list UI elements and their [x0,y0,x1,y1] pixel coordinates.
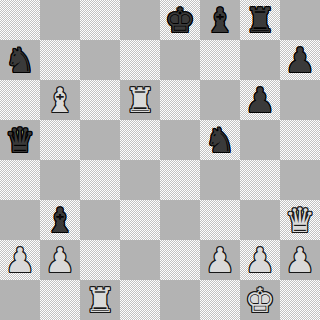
square-g1[interactable]: ♚ [240,280,280,320]
square-d5[interactable] [120,120,160,160]
square-g6[interactable]: ♟ [240,80,280,120]
square-a5[interactable]: ♛ [0,120,40,160]
square-f2[interactable]: ♟ [200,240,240,280]
square-a8[interactable] [0,0,40,40]
piece-white-pawn[interactable]: ♟ [285,240,315,280]
square-f5[interactable]: ♞ [200,120,240,160]
square-h6[interactable] [280,80,320,120]
square-h7[interactable]: ♟ [280,40,320,80]
piece-white-pawn[interactable]: ♟ [45,240,75,280]
square-g7[interactable] [240,40,280,80]
square-g3[interactable] [240,200,280,240]
square-d3[interactable] [120,200,160,240]
piece-white-bishop[interactable]: ♝ [45,80,75,120]
chess-board-window: ♚♝♜♞♟♝♜♟♛♞♝♛♟♟♟♟♟♜♚ [0,0,320,320]
square-g8[interactable]: ♜ [240,0,280,40]
square-f6[interactable] [200,80,240,120]
square-d8[interactable] [120,0,160,40]
square-f1[interactable] [200,280,240,320]
square-c8[interactable] [80,0,120,40]
square-c3[interactable] [80,200,120,240]
square-g4[interactable] [240,160,280,200]
square-d6[interactable]: ♜ [120,80,160,120]
square-h2[interactable]: ♟ [280,240,320,280]
square-c5[interactable] [80,120,120,160]
square-g5[interactable] [240,120,280,160]
square-e6[interactable] [160,80,200,120]
piece-black-rook[interactable]: ♜ [245,0,275,40]
piece-white-pawn[interactable]: ♟ [205,240,235,280]
square-b4[interactable] [40,160,80,200]
square-e7[interactable] [160,40,200,80]
piece-black-knight[interactable]: ♞ [205,120,235,160]
square-h1[interactable] [280,280,320,320]
square-e8[interactable]: ♚ [160,0,200,40]
piece-black-bishop[interactable]: ♝ [45,200,75,240]
square-d2[interactable] [120,240,160,280]
square-h5[interactable] [280,120,320,160]
square-b2[interactable]: ♟ [40,240,80,280]
square-f3[interactable] [200,200,240,240]
square-c4[interactable] [80,160,120,200]
square-b7[interactable] [40,40,80,80]
square-a1[interactable] [0,280,40,320]
piece-white-rook[interactable]: ♜ [85,280,115,320]
chess-board: ♚♝♜♞♟♝♜♟♛♞♝♛♟♟♟♟♟♜♚ [0,0,320,320]
square-f8[interactable]: ♝ [200,0,240,40]
piece-black-knight[interactable]: ♞ [5,40,35,80]
square-f7[interactable] [200,40,240,80]
square-a6[interactable] [0,80,40,120]
square-b8[interactable] [40,0,80,40]
square-a7[interactable]: ♞ [0,40,40,80]
square-f4[interactable] [200,160,240,200]
square-b5[interactable] [40,120,80,160]
square-d7[interactable] [120,40,160,80]
square-e5[interactable] [160,120,200,160]
piece-black-bishop[interactable]: ♝ [205,0,235,40]
square-e2[interactable] [160,240,200,280]
square-b3[interactable]: ♝ [40,200,80,240]
square-c6[interactable] [80,80,120,120]
piece-white-king[interactable]: ♚ [245,280,275,320]
piece-black-pawn[interactable]: ♟ [245,80,275,120]
square-h3[interactable]: ♛ [280,200,320,240]
square-c7[interactable] [80,40,120,80]
piece-black-king[interactable]: ♚ [165,0,195,40]
piece-white-pawn[interactable]: ♟ [245,240,275,280]
square-g2[interactable]: ♟ [240,240,280,280]
square-a3[interactable] [0,200,40,240]
piece-black-pawn[interactable]: ♟ [285,40,315,80]
square-d1[interactable] [120,280,160,320]
square-e1[interactable] [160,280,200,320]
square-e4[interactable] [160,160,200,200]
piece-black-queen[interactable]: ♛ [5,120,35,160]
square-a2[interactable]: ♟ [0,240,40,280]
square-c1[interactable]: ♜ [80,280,120,320]
square-e3[interactable] [160,200,200,240]
square-d4[interactable] [120,160,160,200]
piece-white-rook[interactable]: ♜ [125,80,155,120]
piece-white-pawn[interactable]: ♟ [5,240,35,280]
square-a4[interactable] [0,160,40,200]
square-b1[interactable] [40,280,80,320]
square-h4[interactable] [280,160,320,200]
square-b6[interactable]: ♝ [40,80,80,120]
square-c2[interactable] [80,240,120,280]
piece-white-queen[interactable]: ♛ [285,200,315,240]
square-h8[interactable] [280,0,320,40]
